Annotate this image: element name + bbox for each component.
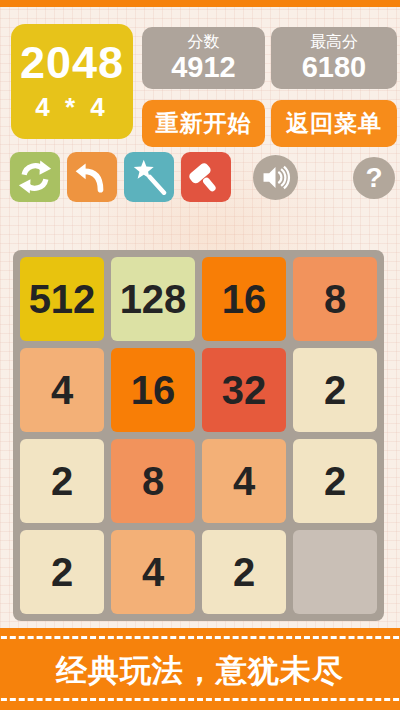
- board[interactable]: 5121281684163222842242: [13, 250, 384, 621]
- bottom-banner: 经典玩法，意犹未尽: [0, 628, 400, 710]
- tile-4: 4: [202, 439, 286, 523]
- game-logo: 2048 4 * 4: [11, 24, 133, 139]
- banner-text: 经典玩法，意犹未尽: [0, 650, 400, 692]
- refresh-button[interactable]: [10, 152, 60, 202]
- best-score-box: 最高分 6180: [271, 27, 397, 89]
- logo-subtitle: 4 * 4: [35, 92, 109, 123]
- question-mark-icon: ?: [365, 162, 382, 194]
- score-label: 分数: [188, 32, 220, 51]
- score-value: 4912: [171, 52, 236, 84]
- tile-16: 16: [202, 257, 286, 341]
- tile-8: 8: [111, 439, 195, 523]
- tile-32: 32: [202, 348, 286, 432]
- tile-512: 512: [20, 257, 104, 341]
- refresh-icon: [17, 159, 53, 195]
- score-box: 分数 4912: [142, 27, 265, 89]
- undo-button[interactable]: [67, 152, 117, 202]
- tile-2: 2: [20, 530, 104, 614]
- best-score-label: 最高分: [310, 32, 358, 51]
- hammer-icon: [188, 159, 224, 195]
- tile-4: 4: [111, 530, 195, 614]
- help-button[interactable]: ?: [353, 157, 395, 199]
- tile-8: 8: [293, 257, 377, 341]
- logo-title: 2048: [20, 40, 124, 85]
- restart-button[interactable]: 重新开始: [142, 100, 265, 147]
- tile-2: 2: [293, 439, 377, 523]
- tile-2: 2: [202, 530, 286, 614]
- top-strip: [0, 0, 400, 7]
- tile-128: 128: [111, 257, 195, 341]
- tile-2: 2: [20, 439, 104, 523]
- tile-4: 4: [20, 348, 104, 432]
- magic-wand-icon: [131, 159, 167, 195]
- undo-icon: [75, 160, 109, 194]
- return-menu-button[interactable]: 返回菜单: [271, 100, 397, 147]
- tile-16: 16: [111, 348, 195, 432]
- tile-2: 2: [293, 348, 377, 432]
- speaker-icon: [260, 162, 291, 193]
- best-score-value: 6180: [302, 52, 367, 84]
- magic-wand-button[interactable]: [124, 152, 174, 202]
- sound-button[interactable]: [253, 155, 298, 200]
- empty-cell: [293, 530, 377, 614]
- hammer-button[interactable]: [181, 152, 231, 202]
